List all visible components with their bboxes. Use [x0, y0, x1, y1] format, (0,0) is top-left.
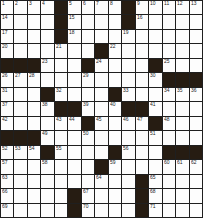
cell-r9c14[interactable] — [176, 117, 188, 130]
clue-number: 11 — [164, 1, 169, 6]
clue-number: 69 — [2, 204, 8, 209]
cell-r13c15[interactable] — [190, 175, 202, 188]
cell-r13c13[interactable] — [163, 175, 175, 188]
cell-r9c8[interactable]: 45 — [95, 117, 107, 130]
block-cell-r9c7 — [82, 117, 94, 130]
clue-number: 8 — [110, 1, 113, 6]
block-cell-r6c14 — [176, 73, 188, 86]
block-cell-r14c6 — [68, 189, 80, 202]
cell-r12c15[interactable]: 62 — [190, 160, 202, 173]
cell-r13c3[interactable] — [28, 175, 40, 188]
cell-r9c9[interactable] — [109, 117, 121, 130]
cell-r8c14[interactable] — [176, 102, 188, 115]
cell-r1c8[interactable]: 7 — [95, 1, 107, 14]
cell-r15c9[interactable] — [109, 204, 121, 217]
cell-r15c10[interactable] — [122, 204, 134, 217]
cell-r9c11[interactable]: 47 — [136, 117, 148, 130]
cell-r14c14[interactable] — [176, 189, 188, 202]
cell-r12c2[interactable] — [14, 160, 26, 173]
cell-r5c6[interactable] — [68, 59, 80, 72]
cell-r2c2[interactable] — [14, 15, 26, 28]
cell-r13c8[interactable]: 64 — [95, 175, 107, 188]
cell-r8c9[interactable]: 40 — [109, 102, 121, 115]
cell-r2c7[interactable] — [82, 15, 94, 28]
clue-number: 17 — [2, 30, 8, 35]
cell-r1c15[interactable]: 13 — [190, 1, 202, 14]
block-cell-r5c2 — [14, 59, 26, 72]
clue-number: 1 — [2, 1, 5, 6]
clue-number: 45 — [96, 117, 102, 122]
block-cell-r8c6 — [68, 102, 80, 115]
cell-r1c12[interactable]: 10 — [149, 1, 161, 14]
block-cell-r14c11 — [136, 189, 148, 202]
cell-r14c3[interactable] — [28, 189, 40, 202]
cell-r15c3[interactable] — [28, 204, 40, 217]
cell-r11c3[interactable]: 54 — [28, 146, 40, 159]
clue-number: 70 — [83, 204, 89, 209]
cell-r7c8[interactable] — [95, 88, 107, 101]
cell-r3c14[interactable] — [176, 30, 188, 43]
block-cell-r11c14 — [176, 146, 188, 159]
clue-number: 22 — [110, 44, 116, 49]
cell-r14c12[interactable]: 68 — [149, 189, 161, 202]
cell-r7c1[interactable]: 31 — [1, 88, 13, 101]
clue-number: 25 — [164, 59, 170, 64]
cell-r3c8[interactable] — [95, 30, 107, 43]
cell-r6c12[interactable]: 30 — [149, 73, 161, 86]
block-cell-r6c13 — [163, 73, 175, 86]
cell-r15c13[interactable] — [163, 204, 175, 217]
clue-number: 28 — [29, 73, 35, 78]
clue-number: 29 — [83, 73, 89, 78]
clue-number: 43 — [56, 117, 62, 122]
cell-r3c2[interactable] — [14, 30, 26, 43]
clue-number: 64 — [96, 175, 102, 180]
cell-r8c12[interactable]: 41 — [149, 102, 161, 115]
clue-number: 44 — [69, 117, 75, 122]
clue-number: 67 — [83, 189, 89, 194]
clue-number: 10 — [150, 1, 156, 6]
cell-r15c4[interactable] — [41, 204, 53, 217]
cell-r9c15[interactable] — [190, 117, 202, 130]
cell-r14c9[interactable] — [109, 189, 121, 202]
cell-r1c4[interactable]: 4 — [41, 1, 53, 14]
cell-r15c5[interactable] — [55, 204, 67, 217]
block-cell-r10c1 — [1, 131, 13, 144]
block-cell-r9c12 — [149, 117, 161, 130]
block-cell-r5c7 — [82, 59, 94, 72]
cell-r7c2[interactable] — [14, 88, 26, 101]
cell-r9c4[interactable] — [41, 117, 53, 130]
cell-r15c15[interactable] — [190, 204, 202, 217]
cell-r13c2[interactable] — [14, 175, 26, 188]
cell-r6c2[interactable]: 27 — [14, 73, 26, 86]
cell-r12c7[interactable] — [82, 160, 94, 173]
cell-r13c10[interactable] — [122, 175, 134, 188]
clue-number: 33 — [123, 88, 129, 93]
clue-number: 65 — [150, 175, 156, 180]
cell-r4c2[interactable] — [14, 44, 26, 57]
cell-r12c10[interactable] — [122, 160, 134, 173]
cell-r2c3[interactable] — [28, 15, 40, 28]
block-cell-r1c5 — [55, 1, 67, 14]
cell-r14c4[interactable] — [41, 189, 53, 202]
clue-number: 66 — [2, 189, 8, 194]
clue-number: 21 — [56, 44, 62, 49]
cell-r1c3[interactable]: 3 — [28, 1, 40, 14]
clue-number: 7 — [96, 1, 99, 6]
clue-number: 38 — [42, 102, 48, 107]
cell-r14c5[interactable] — [55, 189, 67, 202]
cell-r10c15[interactable] — [190, 131, 202, 144]
cell-r5c10[interactable] — [122, 59, 134, 72]
cell-r9c13[interactable]: 48 — [163, 117, 175, 130]
clue-number: 4 — [42, 1, 45, 6]
block-cell-r15c11 — [136, 204, 148, 217]
cell-r5c8[interactable]: 24 — [95, 59, 107, 72]
cell-r5c14[interactable] — [176, 59, 188, 72]
cell-r4c6[interactable] — [68, 44, 80, 57]
cell-r4c3[interactable] — [28, 44, 40, 57]
cell-r11c8[interactable] — [95, 146, 107, 159]
cell-r14c10[interactable] — [122, 189, 134, 202]
cell-r12c11[interactable] — [136, 160, 148, 173]
cell-r6c10[interactable] — [122, 73, 134, 86]
cell-r10c12[interactable]: 51 — [149, 131, 161, 144]
cell-r1c6[interactable]: 5 — [68, 1, 80, 14]
clue-number: 24 — [96, 59, 102, 64]
block-cell-r3c5 — [55, 30, 67, 43]
clue-number: 58 — [42, 160, 48, 165]
clue-number: 59 — [110, 160, 116, 165]
cell-r7c5[interactable]: 32 — [55, 88, 67, 101]
block-cell-r2c5 — [55, 15, 67, 28]
clue-number: 52 — [2, 146, 8, 151]
cell-r13c12[interactable]: 65 — [149, 175, 161, 188]
clue-number: 14 — [2, 15, 8, 20]
cell-r4c1[interactable]: 20 — [1, 44, 13, 57]
cell-r8c3[interactable] — [28, 102, 40, 115]
clue-number: 68 — [150, 189, 156, 194]
block-cell-r11c4 — [41, 146, 53, 159]
cell-r6c11[interactable] — [136, 73, 148, 86]
cell-r6c9[interactable] — [109, 73, 121, 86]
clue-number: 36 — [191, 88, 197, 93]
block-cell-r5c12 — [149, 59, 161, 72]
cell-r2c15[interactable] — [190, 15, 202, 28]
cell-r5c13[interactable]: 25 — [163, 59, 175, 72]
clue-number: 5 — [69, 1, 72, 6]
cell-r2c6[interactable]: 15 — [68, 15, 80, 28]
cell-r12c9[interactable]: 59 — [109, 160, 121, 173]
cell-r10c4[interactable]: 49 — [41, 131, 53, 144]
cell-r8c13[interactable] — [163, 102, 175, 115]
cell-r12c4[interactable]: 58 — [41, 160, 53, 173]
cell-r7c12[interactable] — [149, 88, 161, 101]
block-cell-r1c10 — [122, 1, 134, 14]
cell-r14c7[interactable]: 67 — [82, 189, 94, 202]
cell-r7c11[interactable] — [136, 88, 148, 101]
cell-r11c12[interactable] — [149, 146, 161, 159]
cell-r4c9[interactable]: 22 — [109, 44, 121, 57]
clue-number: 48 — [164, 117, 170, 122]
cell-r4c4[interactable] — [41, 44, 53, 57]
cell-r13c6[interactable] — [68, 175, 80, 188]
cell-r7c13[interactable]: 34 — [163, 88, 175, 101]
cell-r6c4[interactable] — [41, 73, 53, 86]
block-cell-r11c9 — [109, 146, 121, 159]
cell-r7c15[interactable]: 36 — [190, 88, 202, 101]
clue-number: 41 — [150, 102, 156, 107]
cell-r4c14[interactable] — [176, 44, 188, 57]
block-cell-r8c10 — [122, 102, 134, 115]
cell-r11c6[interactable] — [68, 146, 80, 159]
cell-r14c13[interactable] — [163, 189, 175, 202]
clue-number: 62 — [191, 160, 197, 165]
cell-r8c7[interactable]: 39 — [82, 102, 94, 115]
clue-number: 12 — [177, 1, 183, 6]
cell-r2c1[interactable]: 14 — [1, 15, 13, 28]
cell-r6c8[interactable] — [95, 73, 107, 86]
cell-r7c10[interactable]: 33 — [122, 88, 134, 101]
cell-r11c5[interactable]: 55 — [55, 146, 67, 159]
cell-r3c13[interactable] — [163, 30, 175, 43]
cell-r15c8[interactable] — [95, 204, 107, 217]
cell-r12c5[interactable] — [55, 160, 67, 173]
cell-r10c9[interactable] — [109, 131, 121, 144]
block-cell-r15c6 — [68, 204, 80, 217]
block-cell-r11c13 — [163, 146, 175, 159]
cell-r1c14[interactable]: 12 — [176, 1, 188, 14]
clue-number: 34 — [164, 88, 170, 93]
cell-r1c9[interactable]: 8 — [109, 1, 121, 14]
cell-r15c1[interactable]: 69 — [1, 204, 13, 217]
cell-r4c13[interactable] — [163, 44, 175, 57]
clue-number: 54 — [29, 146, 35, 151]
cell-r13c14[interactable] — [176, 175, 188, 188]
cell-r14c15[interactable] — [190, 189, 202, 202]
clue-number: 18 — [69, 30, 75, 35]
cell-r12c12[interactable] — [149, 160, 161, 173]
clue-number: 37 — [2, 102, 8, 107]
clue-number: 26 — [2, 73, 8, 78]
cell-r2c14[interactable] — [176, 15, 188, 28]
block-cell-r7c4 — [41, 88, 53, 101]
cell-r8c2[interactable] — [14, 102, 26, 115]
cell-r11c11[interactable] — [136, 146, 148, 159]
cell-r9c1[interactable]: 42 — [1, 117, 13, 130]
clue-number: 57 — [2, 160, 8, 165]
cell-r7c14[interactable]: 35 — [176, 88, 188, 101]
block-cell-r4c8 — [95, 44, 107, 57]
clue-number: 47 — [137, 117, 143, 122]
cell-r6c1[interactable]: 26 — [1, 73, 13, 86]
clue-number: 42 — [2, 117, 8, 122]
cell-r8c4[interactable]: 38 — [41, 102, 53, 115]
block-cell-r6c15 — [190, 73, 202, 86]
cell-r2c12[interactable] — [149, 15, 161, 28]
cell-r14c2[interactable] — [14, 189, 26, 202]
cell-r12c13[interactable]: 60 — [163, 160, 175, 173]
cell-r6c5[interactable] — [55, 73, 67, 86]
cell-r4c5[interactable]: 21 — [55, 44, 67, 57]
cell-r2c8[interactable] — [95, 15, 107, 28]
cell-r11c10[interactable]: 56 — [122, 146, 134, 159]
cell-r3c9[interactable] — [109, 30, 121, 43]
clue-number: 16 — [137, 15, 143, 20]
cell-r14c1[interactable]: 66 — [1, 189, 13, 202]
block-cell-r11c15 — [190, 146, 202, 159]
cell-r3c7[interactable] — [82, 30, 94, 43]
clue-number: 46 — [123, 117, 129, 122]
cell-r3c1[interactable]: 17 — [1, 30, 13, 43]
cell-r10c11[interactable] — [136, 131, 148, 144]
block-cell-r5c3 — [28, 59, 40, 72]
block-cell-r12c8 — [95, 160, 107, 173]
cell-r11c7[interactable] — [82, 146, 94, 159]
clue-number: 9 — [137, 1, 140, 6]
cell-r12c1[interactable]: 57 — [1, 160, 13, 173]
cell-r6c7[interactable]: 29 — [82, 73, 94, 86]
cell-r5c9[interactable] — [109, 59, 121, 72]
clue-number: 35 — [177, 88, 183, 93]
cell-r1c13[interactable]: 11 — [163, 1, 175, 14]
clue-number: 49 — [42, 131, 48, 136]
cell-r13c4[interactable] — [41, 175, 53, 188]
cell-r7c3[interactable] — [28, 88, 40, 101]
cell-r10c6[interactable] — [68, 131, 80, 144]
clue-number: 20 — [2, 44, 8, 49]
cell-r15c14[interactable] — [176, 204, 188, 217]
cell-r1c11[interactable]: 9 — [136, 1, 148, 14]
clue-number: 15 — [69, 15, 75, 20]
clue-number: 31 — [2, 88, 8, 93]
cell-r12c6[interactable] — [68, 160, 80, 173]
clue-number: 32 — [56, 88, 62, 93]
clue-number: 40 — [110, 102, 116, 107]
cell-r4c7[interactable] — [82, 44, 94, 57]
cell-r3c4[interactable] — [41, 30, 53, 43]
cell-r10c7[interactable]: 50 — [82, 131, 94, 144]
cell-r10c8[interactable] — [95, 131, 107, 144]
cell-r10c5[interactable] — [55, 131, 67, 144]
cell-r6c3[interactable]: 28 — [28, 73, 40, 86]
clue-number: 19 — [123, 30, 129, 35]
cell-r2c13[interactable] — [163, 15, 175, 28]
cell-r7c7[interactable] — [82, 88, 94, 101]
block-cell-r8c5 — [55, 102, 67, 115]
cell-r10c13[interactable] — [163, 131, 175, 144]
block-cell-r2c10 — [122, 15, 134, 28]
cell-r13c1[interactable]: 63 — [1, 175, 13, 188]
block-cell-r13c11 — [136, 175, 148, 188]
cell-r13c9[interactable] — [109, 175, 121, 188]
block-cell-r7c9 — [109, 88, 121, 101]
cell-r9c3[interactable] — [28, 117, 40, 130]
cell-r8c1[interactable]: 37 — [1, 102, 13, 115]
cell-r2c11[interactable]: 16 — [136, 15, 148, 28]
cell-r15c7[interactable]: 70 — [82, 204, 94, 217]
clue-number: 61 — [177, 160, 183, 165]
clue-number: 53 — [15, 146, 21, 151]
cell-r1c7[interactable]: 6 — [82, 1, 94, 14]
clue-number: 56 — [123, 146, 129, 151]
cell-r2c4[interactable] — [41, 15, 53, 28]
clue-number: 30 — [150, 73, 156, 78]
cell-r13c7[interactable] — [82, 175, 94, 188]
clue-number: 60 — [164, 160, 170, 165]
crossword-board: 1234567891011121314151617181920212223242… — [0, 0, 203, 218]
cell-r6c6[interactable] — [68, 73, 80, 86]
clue-number: 2 — [15, 1, 18, 6]
cell-r8c15[interactable] — [190, 102, 202, 115]
cell-r5c15[interactable] — [190, 59, 202, 72]
clue-number: 27 — [15, 73, 21, 78]
cell-r3c15[interactable] — [190, 30, 202, 43]
clue-number: 55 — [56, 146, 62, 151]
cell-r3c6[interactable]: 18 — [68, 30, 80, 43]
cell-r12c14[interactable]: 61 — [176, 160, 188, 173]
cell-r11c2[interactable]: 53 — [14, 146, 26, 159]
cell-r4c10[interactable] — [122, 44, 134, 57]
cell-r2c9[interactable] — [109, 15, 121, 28]
cell-r5c11[interactable] — [136, 59, 148, 72]
cell-r4c15[interactable] — [190, 44, 202, 57]
block-cell-r8c11 — [136, 102, 148, 115]
cell-r3c12[interactable] — [149, 30, 161, 43]
cell-r15c12[interactable]: 71 — [149, 204, 161, 217]
cell-r14c8[interactable] — [95, 189, 107, 202]
block-cell-r5c1 — [1, 59, 13, 72]
clue-number: 71 — [150, 204, 156, 209]
cell-r1c1[interactable]: 1 — [1, 1, 13, 14]
clue-number: 23 — [42, 59, 48, 64]
cell-r11c1[interactable]: 52 — [1, 146, 13, 159]
cell-r4c11[interactable] — [136, 44, 148, 57]
cell-r10c10[interactable] — [122, 131, 134, 144]
cell-r10c14[interactable] — [176, 131, 188, 144]
cell-r3c11[interactable] — [136, 30, 148, 43]
clue-number: 50 — [83, 131, 89, 136]
cell-r4c12[interactable] — [149, 44, 161, 57]
cell-r9c10[interactable]: 46 — [122, 117, 134, 130]
cell-r3c10[interactable]: 19 — [122, 30, 134, 43]
cell-r15c2[interactable] — [14, 204, 26, 217]
clue-number: 39 — [83, 102, 89, 107]
cell-r8c8[interactable] — [95, 102, 107, 115]
clue-number: 51 — [150, 131, 156, 136]
cell-r9c6[interactable]: 44 — [68, 117, 80, 130]
cell-r7c6[interactable] — [68, 88, 80, 101]
cell-r13c5[interactable] — [55, 175, 67, 188]
cell-r5c5[interactable] — [55, 59, 67, 72]
cell-r9c2[interactable] — [14, 117, 26, 130]
clue-number: 6 — [83, 1, 86, 6]
cell-r1c2[interactable]: 2 — [14, 1, 26, 14]
cell-r3c3[interactable] — [28, 30, 40, 43]
cell-r12c3[interactable] — [28, 160, 40, 173]
block-cell-r10c3 — [28, 131, 40, 144]
clue-number: 63 — [2, 175, 8, 180]
clue-number: 13 — [191, 1, 197, 6]
cell-r5c4[interactable]: 23 — [41, 59, 53, 72]
block-cell-r10c2 — [14, 131, 26, 144]
clue-number: 3 — [29, 1, 32, 6]
cell-r9c5[interactable]: 43 — [55, 117, 67, 130]
